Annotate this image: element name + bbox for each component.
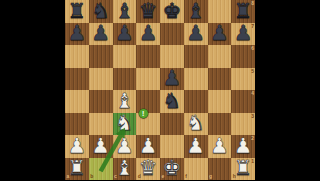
square-g1[interactable]: g (208, 158, 232, 181)
piece-white-pawn-g2[interactable]: ♟ (210, 135, 229, 156)
square-f4[interactable] (184, 90, 208, 113)
square-h8[interactable]: 8♜ (231, 0, 255, 23)
square-c7[interactable]: ♟ (113, 23, 137, 46)
square-a6[interactable] (65, 45, 89, 68)
square-c5[interactable] (113, 68, 137, 91)
square-f1[interactable]: f (184, 158, 208, 181)
square-d2[interactable]: ♟ (136, 135, 160, 158)
rank-label-3: 3 (251, 114, 254, 119)
square-h4[interactable]: 4 (231, 90, 255, 113)
piece-white-pawn-b2[interactable]: ♟ (91, 135, 110, 156)
square-c2[interactable]: ♟ (113, 135, 137, 158)
rank-label-4: 4 (251, 91, 254, 96)
square-e6[interactable] (160, 45, 184, 68)
square-b2[interactable]: ♟ (89, 135, 113, 158)
square-e7[interactable] (160, 23, 184, 46)
piece-white-knight-f3[interactable]: ♞ (186, 113, 205, 134)
square-g3[interactable] (208, 113, 232, 136)
piece-black-rook-a8[interactable]: ♜ (67, 0, 86, 21)
square-e3[interactable] (160, 113, 184, 136)
badge-symbol: ! (142, 110, 144, 117)
piece-black-pawn-b7[interactable]: ♟ (91, 23, 110, 44)
square-d7[interactable]: ♟ (136, 23, 160, 46)
good-move-badge: ! (139, 109, 148, 118)
square-a8[interactable]: ♜ (65, 0, 89, 23)
piece-white-pawn-f2[interactable]: ♟ (186, 135, 205, 156)
piece-black-pawn-h7[interactable]: ♟ (234, 23, 253, 44)
square-h5[interactable]: 5 (231, 68, 255, 91)
piece-black-pawn-c7[interactable]: ♟ (115, 23, 134, 44)
square-f5[interactable] (184, 68, 208, 91)
square-f6[interactable] (184, 45, 208, 68)
piece-black-rook-h8[interactable]: ♜ (234, 0, 253, 21)
square-h6[interactable]: 6 (231, 45, 255, 68)
square-c8[interactable]: ♝ (113, 0, 137, 23)
square-g8[interactable] (208, 0, 232, 23)
screenshot-canvas: ♜♞♝♛♚♝8♜♟♟♟♟♟♟7♟6♟5♝♞4♞♞3♟♟♟♟♟♟2♟a♜bc♝d♛… (0, 0, 320, 180)
piece-white-bishop-c4[interactable]: ♝ (115, 90, 134, 111)
square-d6[interactable] (136, 45, 160, 68)
square-b1[interactable]: b (89, 158, 113, 181)
square-h1[interactable]: 1h♜ (231, 158, 255, 181)
piece-white-knight-c3[interactable]: ♞ (115, 113, 134, 134)
piece-white-rook-h1[interactable]: ♜ (234, 158, 253, 179)
piece-white-rook-a1[interactable]: ♜ (67, 158, 86, 179)
square-g5[interactable] (208, 68, 232, 91)
square-e2[interactable] (160, 135, 184, 158)
square-f8[interactable]: ♝ (184, 0, 208, 23)
piece-black-pawn-f7[interactable]: ♟ (186, 23, 205, 44)
square-h3[interactable]: 3 (231, 113, 255, 136)
square-b4[interactable] (89, 90, 113, 113)
square-g4[interactable] (208, 90, 232, 113)
square-g6[interactable] (208, 45, 232, 68)
piece-white-king-e1[interactable]: ♚ (162, 158, 181, 179)
square-f7[interactable]: ♟ (184, 23, 208, 46)
square-d5[interactable] (136, 68, 160, 91)
board-squares: ♜♞♝♛♚♝8♜♟♟♟♟♟♟7♟6♟5♝♞4♞♞3♟♟♟♟♟♟2♟a♜bc♝d♛… (65, 0, 255, 180)
rank-label-5: 5 (251, 69, 254, 74)
square-d1[interactable]: d♛ (136, 158, 160, 181)
piece-black-pawn-d7[interactable]: ♟ (139, 23, 158, 44)
piece-white-pawn-d2[interactable]: ♟ (139, 135, 158, 156)
piece-black-queen-d8[interactable]: ♛ (139, 0, 158, 21)
square-b5[interactable] (89, 68, 113, 91)
square-f3[interactable]: ♞ (184, 113, 208, 136)
square-c3[interactable]: ♞ (113, 113, 137, 136)
square-a4[interactable] (65, 90, 89, 113)
piece-white-pawn-c2[interactable]: ♟ (115, 135, 134, 156)
square-e4[interactable]: ♞ (160, 90, 184, 113)
piece-black-pawn-g7[interactable]: ♟ (210, 23, 229, 44)
file-label-g: g (209, 174, 212, 179)
piece-white-queen-d1[interactable]: ♛ (139, 158, 158, 179)
square-a1[interactable]: a♜ (65, 158, 89, 181)
square-b6[interactable] (89, 45, 113, 68)
square-f2[interactable]: ♟ (184, 135, 208, 158)
square-a7[interactable]: ♟ (65, 23, 89, 46)
square-a2[interactable]: ♟ (65, 135, 89, 158)
square-d8[interactable]: ♛ (136, 0, 160, 23)
square-a5[interactable] (65, 68, 89, 91)
square-b3[interactable] (89, 113, 113, 136)
square-g7[interactable]: ♟ (208, 23, 232, 46)
square-c6[interactable] (113, 45, 137, 68)
piece-black-pawn-a7[interactable]: ♟ (67, 23, 86, 44)
piece-black-bishop-f8[interactable]: ♝ (186, 0, 205, 21)
piece-black-king-e8[interactable]: ♚ (162, 0, 181, 21)
square-a3[interactable] (65, 113, 89, 136)
piece-white-pawn-a2[interactable]: ♟ (67, 135, 86, 156)
square-e1[interactable]: e♚ (160, 158, 184, 181)
square-c1[interactable]: c♝ (113, 158, 137, 181)
square-c4[interactable]: ♝ (113, 90, 137, 113)
piece-black-knight-e4[interactable]: ♞ (162, 90, 181, 111)
piece-black-pawn-e5[interactable]: ♟ (162, 68, 181, 89)
square-b8[interactable]: ♞ (89, 0, 113, 23)
square-b7[interactable]: ♟ (89, 23, 113, 46)
square-g2[interactable]: ♟ (208, 135, 232, 158)
piece-white-bishop-c1[interactable]: ♝ (115, 158, 134, 179)
piece-black-knight-b8[interactable]: ♞ (91, 0, 110, 21)
piece-white-pawn-h2[interactable]: ♟ (234, 135, 253, 156)
piece-black-bishop-c8[interactable]: ♝ (115, 0, 134, 21)
chess-board: ♜♞♝♛♚♝8♜♟♟♟♟♟♟7♟6♟5♝♞4♞♞3♟♟♟♟♟♟2♟a♜bc♝d♛… (65, 0, 255, 180)
square-h7[interactable]: 7♟ (231, 23, 255, 46)
square-h2[interactable]: 2♟ (231, 135, 255, 158)
file-label-b: b (90, 174, 93, 179)
rank-label-6: 6 (251, 46, 254, 51)
file-label-f: f (185, 174, 187, 179)
square-e8[interactable]: ♚ (160, 0, 184, 23)
square-e5[interactable]: ♟ (160, 68, 184, 91)
